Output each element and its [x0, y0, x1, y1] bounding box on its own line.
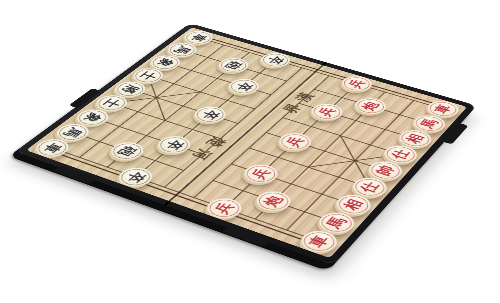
pieces-layer: 車馬象士將士象馬車砲砲卒卒卒卒卒兵兵兵兵兵炮炮車馬相仕帥仕相馬車: [26, 27, 467, 258]
piece-black-soldier: 卒: [189, 104, 232, 126]
piece-red-soldier: 兵: [273, 130, 317, 154]
piece-glyph: 炮: [250, 188, 297, 215]
piece-black-cannon: 砲: [213, 55, 253, 75]
piece-glyph: 卒: [223, 76, 264, 97]
piece-glyph: 兵: [201, 195, 248, 222]
piece-black-soldier: 卒: [256, 50, 296, 70]
piece-black-soldier: 卒: [112, 164, 158, 190]
piece-red-cannon: 炮: [250, 188, 297, 215]
piece-red-cannon: 炮: [350, 95, 391, 117]
piece-red-soldier: 兵: [306, 101, 348, 123]
piece-glyph: 砲: [105, 139, 150, 163]
piece-glyph: 炮: [350, 95, 391, 117]
piece-glyph: 兵: [238, 161, 283, 186]
piece-black-soldier: 卒: [152, 133, 197, 157]
piece-red-soldier: 兵: [201, 195, 248, 222]
piece-glyph: 兵: [306, 101, 348, 123]
piece-glyph: 卒: [256, 50, 296, 70]
piece-glyph: 兵: [273, 130, 317, 154]
piece-glyph: 砲: [213, 55, 253, 75]
product-photo-scene: 楚 河 漢 界 車馬象士將士象馬車砲砲卒卒卒卒卒兵兵兵兵兵炮炮車馬相仕帥仕相馬車: [0, 0, 500, 303]
piece-glyph: 兵: [337, 74, 377, 95]
piece-black-soldier: 卒: [223, 76, 264, 97]
piece-glyph: 卒: [152, 133, 197, 157]
piece-glyph: 卒: [112, 164, 158, 190]
piece-red-soldier: 兵: [238, 161, 283, 186]
board-surface: 楚 河 漢 界 車馬象士將士象馬車砲砲卒卒卒卒卒兵兵兵兵兵炮炮車馬相仕帥仕相馬車: [26, 27, 467, 258]
piece-red-soldier: 兵: [337, 74, 377, 95]
piece-glyph: 卒: [189, 104, 232, 126]
piece-black-cannon: 砲: [105, 139, 150, 163]
xiangqi-board: 楚 河 漢 界 車馬象士將士象馬車砲砲卒卒卒卒卒兵兵兵兵兵炮炮車馬相仕帥仕相馬車: [15, 23, 477, 265]
